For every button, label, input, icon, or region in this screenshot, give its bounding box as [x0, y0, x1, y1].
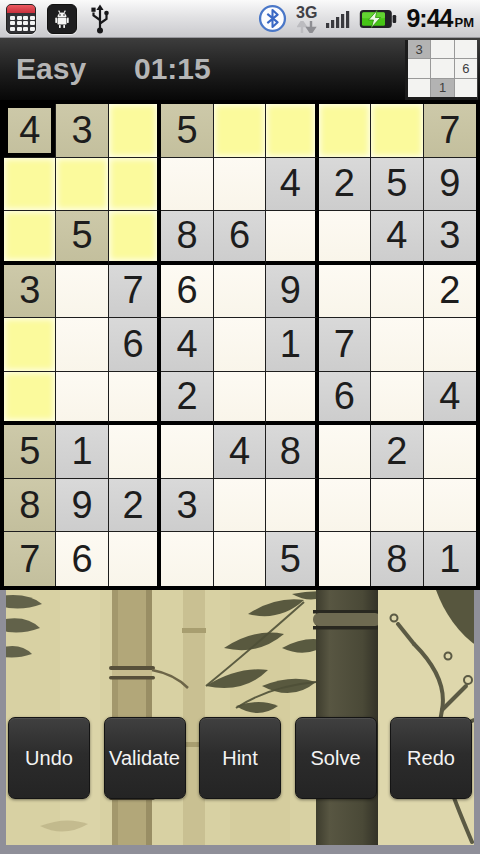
sudoku-cell[interactable]	[56, 318, 108, 372]
undo-button[interactable]: Undo	[8, 717, 90, 799]
sudoku-cell[interactable]	[4, 211, 56, 265]
sudoku-cell[interactable]: 5	[161, 104, 213, 158]
android-debug-icon	[47, 4, 77, 34]
sudoku-cell[interactable]	[214, 318, 266, 372]
sudoku-cell[interactable]: 7	[4, 532, 56, 586]
sudoku-cell[interactable]: 3	[4, 265, 56, 319]
sudoku-cell[interactable]: 6	[161, 265, 213, 319]
sudoku-cell[interactable]	[56, 158, 108, 212]
sudoku-cell[interactable]	[109, 425, 161, 479]
sudoku-cell[interactable]: 5	[371, 158, 423, 212]
sudoku-cell[interactable]: 6	[319, 372, 371, 426]
sudoku-cell[interactable]: 1	[424, 532, 476, 586]
sudoku-cell[interactable]	[266, 104, 318, 158]
bottom-panel: Undo Validate Hint Solve Redo	[0, 590, 480, 854]
sudoku-cell[interactable]: 4	[424, 372, 476, 426]
preview-cell	[455, 79, 477, 97]
preview-cell: 3	[408, 40, 430, 58]
redo-button[interactable]: Redo	[390, 717, 472, 799]
sudoku-cell[interactable]: 2	[424, 265, 476, 319]
sudoku-cell[interactable]	[266, 211, 318, 265]
puzzle-preview-grid: 361	[405, 40, 478, 100]
sudoku-cell[interactable]: 5	[266, 532, 318, 586]
sudoku-cell[interactable]	[109, 158, 161, 212]
sudoku-cell[interactable]: 5	[4, 425, 56, 479]
sudoku-cell[interactable]	[319, 104, 371, 158]
sudoku-cell[interactable]	[214, 372, 266, 426]
game-header: Easy 01:15 361	[0, 38, 480, 100]
sudoku-cell[interactable]: 4	[371, 211, 423, 265]
sudoku-cell[interactable]	[319, 211, 371, 265]
sudoku-cell[interactable]	[56, 372, 108, 426]
sudoku-grid[interactable]: 435742595864337692641726451482892376581	[0, 100, 480, 590]
sudoku-cell[interactable]	[371, 318, 423, 372]
sudoku-cell[interactable]: 7	[319, 318, 371, 372]
sudoku-cell[interactable]	[266, 372, 318, 426]
solve-button[interactable]: Solve	[295, 717, 377, 799]
time-text: 9:44	[406, 4, 452, 32]
clock: 9:44PM	[406, 4, 474, 33]
sudoku-cell[interactable]	[109, 532, 161, 586]
sudoku-cell[interactable]: 3	[56, 104, 108, 158]
sudoku-cell[interactable]: 3	[161, 479, 213, 533]
validate-button[interactable]: Validate	[104, 717, 186, 799]
sudoku-cell[interactable]	[109, 104, 161, 158]
keypad-icon	[6, 4, 36, 34]
sudoku-cell[interactable]	[109, 372, 161, 426]
hint-button[interactable]: Hint	[199, 717, 281, 799]
sudoku-cell[interactable]: 4	[161, 318, 213, 372]
sudoku-cell[interactable]: 7	[424, 104, 476, 158]
sudoku-cell[interactable]: 8	[371, 532, 423, 586]
battery-charging-icon	[359, 9, 397, 29]
sudoku-cell[interactable]	[319, 265, 371, 319]
toolbar: Undo Validate Hint Solve Redo	[0, 717, 480, 799]
sudoku-cell[interactable]: 9	[266, 265, 318, 319]
sudoku-cell[interactable]	[424, 425, 476, 479]
preview-cell: 1	[431, 79, 453, 97]
sudoku-cell[interactable]	[161, 425, 213, 479]
sudoku-cell[interactable]: 8	[4, 479, 56, 533]
preview-cell: 6	[455, 59, 477, 77]
preview-cell	[408, 59, 430, 77]
sudoku-cell[interactable]	[424, 318, 476, 372]
sudoku-cell[interactable]	[4, 372, 56, 426]
sudoku-cell[interactable]	[161, 158, 213, 212]
sudoku-cell[interactable]: 3	[424, 211, 476, 265]
sudoku-cell[interactable]: 1	[56, 425, 108, 479]
network-indicator: 3G	[296, 5, 317, 33]
preview-cell	[408, 79, 430, 97]
sudoku-cell[interactable]	[109, 211, 161, 265]
sudoku-cell[interactable]: 4	[214, 425, 266, 479]
sudoku-cell[interactable]	[161, 532, 213, 586]
sudoku-cell[interactable]	[214, 265, 266, 319]
sudoku-cell[interactable]	[424, 479, 476, 533]
sudoku-cell[interactable]: 8	[161, 211, 213, 265]
sudoku-cell[interactable]: 2	[371, 425, 423, 479]
sudoku-cell[interactable]: 4	[4, 104, 56, 158]
sudoku-cell[interactable]: 2	[109, 479, 161, 533]
sudoku-cell[interactable]: 2	[319, 158, 371, 212]
sudoku-cell[interactable]	[371, 479, 423, 533]
sudoku-cell[interactable]: 7	[109, 265, 161, 319]
sudoku-cell[interactable]: 6	[214, 211, 266, 265]
preview-cell	[431, 40, 453, 58]
system-status-icons: 3G	[258, 4, 474, 33]
sudoku-cell[interactable]: 6	[109, 318, 161, 372]
sudoku-cell[interactable]	[4, 158, 56, 212]
network-type-label: 3G	[296, 5, 317, 21]
signal-icon	[326, 10, 350, 28]
sudoku-cell[interactable]	[371, 265, 423, 319]
sudoku-cell[interactable]: 8	[266, 425, 318, 479]
sudoku-cell[interactable]	[319, 425, 371, 479]
notification-icons	[6, 3, 112, 35]
sudoku-cell[interactable]: 5	[56, 211, 108, 265]
sudoku-cell[interactable]: 9	[424, 158, 476, 212]
sudoku-cell[interactable]	[4, 318, 56, 372]
sudoku-cell[interactable]: 1	[266, 318, 318, 372]
usb-icon	[88, 3, 112, 35]
bluetooth-icon	[258, 4, 287, 33]
difficulty-label: Easy	[16, 52, 86, 86]
sudoku-cell[interactable]	[214, 158, 266, 212]
preview-cell	[455, 40, 477, 58]
phone-screen: 3G	[0, 0, 480, 854]
sudoku-cell[interactable]	[266, 479, 318, 533]
meridiem-text: PM	[455, 15, 475, 30]
sudoku-cell[interactable]	[319, 532, 371, 586]
sudoku-cell[interactable]	[214, 104, 266, 158]
status-bar: 3G	[0, 0, 480, 38]
sudoku-cell[interactable]	[214, 532, 266, 586]
sudoku-cell[interactable]	[371, 372, 423, 426]
sudoku-cell[interactable]	[319, 479, 371, 533]
sudoku-cell[interactable]: 4	[266, 158, 318, 212]
sudoku-cell[interactable]	[371, 104, 423, 158]
preview-cell	[431, 59, 453, 77]
sudoku-cell[interactable]	[56, 265, 108, 319]
sudoku-cell[interactable]	[214, 479, 266, 533]
data-arrows-icon	[297, 21, 317, 33]
timer-label: 01:15	[134, 52, 211, 86]
sudoku-cell[interactable]: 2	[161, 372, 213, 426]
sudoku-cell[interactable]: 9	[56, 479, 108, 533]
sudoku-cell[interactable]: 6	[56, 532, 108, 586]
